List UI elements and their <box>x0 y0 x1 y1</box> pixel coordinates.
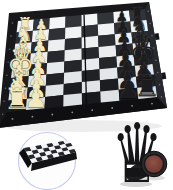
product-photo: ♛ ♜♟♟♜♞♟♟♞♝♟♟♝♛♟♟♛♚♟♟♚♝♟♟♝♞♟♟♞♜♟♟♜ <box>0 0 173 190</box>
magnetic-felt-base <box>145 155 163 173</box>
chessboard-squares <box>7 9 157 112</box>
product-photo-canvas: ♛ <box>0 0 173 190</box>
black-queen-closeup: ♛ <box>111 106 163 190</box>
